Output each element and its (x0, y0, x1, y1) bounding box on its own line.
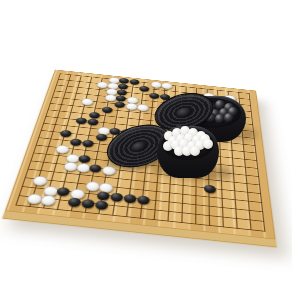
black-stone[interactable] (87, 118, 99, 125)
black-stone[interactable] (114, 101, 125, 108)
black-stone[interactable] (67, 197, 81, 207)
white-bowl-opening (162, 128, 214, 160)
black-stone[interactable] (115, 95, 126, 102)
black-stone[interactable] (118, 77, 129, 83)
black-stone[interactable] (80, 198, 94, 208)
bowl-white-stone (203, 139, 213, 149)
black-stone[interactable] (95, 133, 107, 141)
black-stone[interactable] (77, 154, 90, 163)
bowl-white-stone (190, 146, 200, 156)
black-stone[interactable] (56, 186, 70, 196)
black-stone[interactable] (94, 200, 108, 210)
black-stone[interactable] (129, 79, 139, 85)
black-stone[interactable] (116, 89, 127, 95)
bowl-black-stone (224, 113, 234, 123)
black-stone[interactable] (139, 85, 149, 91)
black-stone[interactable] (88, 111, 100, 118)
black-stone[interactable] (59, 129, 72, 137)
black-stone[interactable] (69, 138, 82, 146)
black-stone[interactable] (136, 195, 149, 205)
black-stone[interactable] (123, 193, 136, 203)
black-stone[interactable] (88, 164, 101, 173)
go-set-product-photo (0, 0, 292, 292)
white-stones-bowl (157, 126, 219, 178)
black-stone[interactable] (75, 117, 87, 124)
black-stone[interactable] (117, 83, 128, 89)
black-stone[interactable] (96, 191, 110, 201)
black-stone[interactable] (81, 139, 94, 147)
black-stone[interactable] (109, 192, 123, 202)
black-stone[interactable] (101, 106, 113, 113)
